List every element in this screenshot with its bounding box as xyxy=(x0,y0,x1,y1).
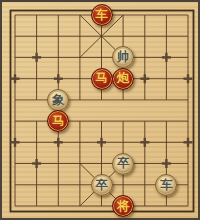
piece-black-chariot[interactable]: 车 xyxy=(91,4,113,26)
piece-black-general[interactable]: 将 xyxy=(112,195,134,217)
piece-layer: 车帅马炮象马卒卒车将 xyxy=(4,4,199,216)
piece-black-cannon[interactable]: 炮 xyxy=(112,68,134,90)
piece-red-soldier[interactable]: 卒 xyxy=(112,153,134,175)
piece-black-horse[interactable]: 马 xyxy=(91,68,113,90)
piece-red-chariot[interactable]: 车 xyxy=(155,174,177,196)
xiangqi-board: 车帅马炮象马卒卒车将 xyxy=(0,0,200,220)
piece-red-soldier[interactable]: 卒 xyxy=(91,174,113,196)
piece-red-general[interactable]: 帅 xyxy=(112,46,134,68)
piece-red-elephant[interactable]: 象 xyxy=(47,89,69,111)
piece-black-horse[interactable]: 马 xyxy=(47,110,69,132)
